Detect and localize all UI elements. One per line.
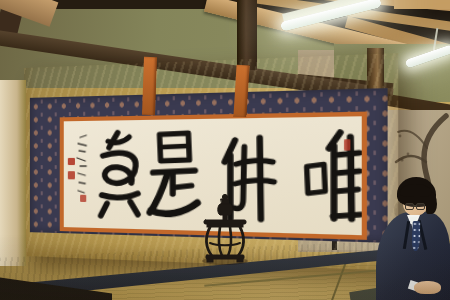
person-hands	[414, 281, 441, 294]
corner-seal	[344, 139, 350, 150]
ceiling-wood-right	[394, 0, 450, 9]
person	[376, 176, 450, 300]
calligraphy-char-1	[307, 132, 361, 219]
left-edge-panel	[0, 80, 26, 266]
signature-column	[77, 135, 86, 192]
person-fringe	[400, 184, 432, 197]
calligraphy-char-4	[101, 133, 138, 217]
calligraphy-char-3	[150, 133, 198, 214]
glasses-bridge	[413, 205, 417, 207]
photo-stage	[0, 0, 450, 300]
futai-strap-1	[142, 57, 157, 115]
person-tie	[411, 221, 420, 251]
incense-stand	[196, 193, 254, 267]
glasses-right-lens	[416, 203, 425, 210]
